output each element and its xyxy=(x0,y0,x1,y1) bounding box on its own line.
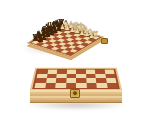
board-square xyxy=(45,83,56,88)
closed-board-clasp-icon xyxy=(70,89,80,98)
pieces-layer: ♜♞♝♛♚♝♞♜♟♟♟♟♟♟♟♟♞♝♛♚♝♞♜♟♟♟♟♟♟♟ xyxy=(24,2,128,60)
closed-chess-board xyxy=(28,62,124,112)
board-square xyxy=(66,83,76,88)
product-photo: ♜♞♝♛♚♝♞♜♟♟♟♟♟♟♟♟♞♝♛♚♝♞♜♟♟♟♟♟♟♟ xyxy=(0,0,150,113)
closed-board-top-face xyxy=(30,68,122,90)
chess-piece-white-pawn[interactable]: ♟ xyxy=(89,33,95,40)
board-square xyxy=(76,83,86,88)
open-chess-board: ♜♞♝♛♚♝♞♜♟♟♟♟♟♟♟♟♞♝♛♚♝♞♜♟♟♟♟♟♟♟ xyxy=(24,2,128,60)
chess-piece-black-pawn[interactable]: ♟ xyxy=(37,36,44,44)
closed-board-grid xyxy=(34,70,117,88)
board-square xyxy=(106,83,117,88)
board-square xyxy=(55,83,66,88)
board-square xyxy=(86,83,97,88)
open-board-clasp-icon xyxy=(101,38,108,44)
